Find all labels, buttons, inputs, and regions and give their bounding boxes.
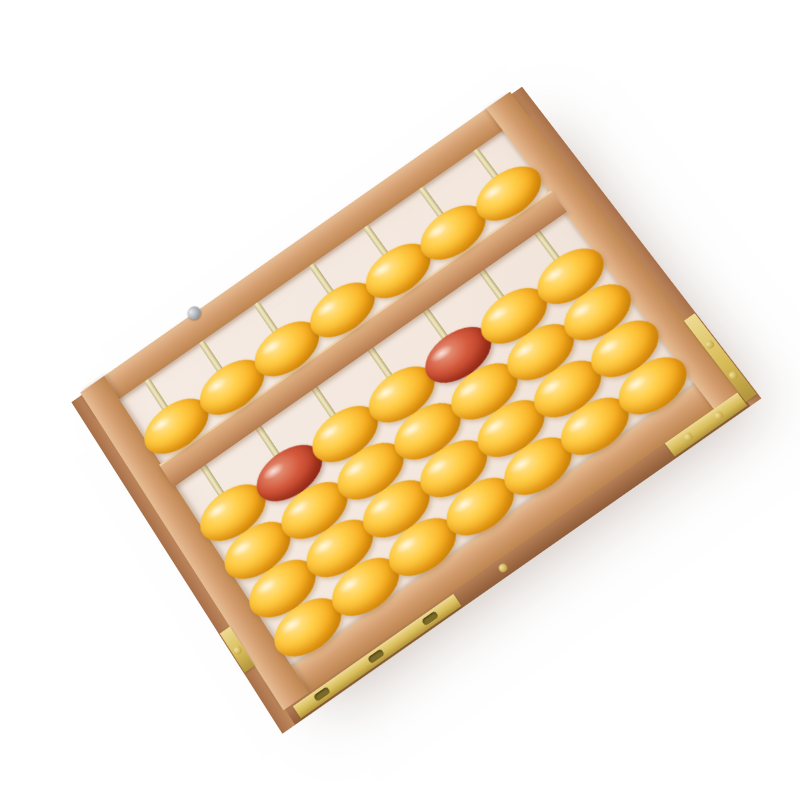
abacus-board <box>80 92 739 711</box>
product-photo-scene <box>0 0 800 800</box>
